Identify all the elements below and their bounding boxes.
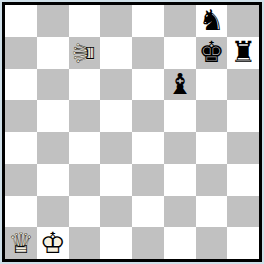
- bishop-glyph: ♝: [164, 69, 196, 101]
- square-h3[interactable]: [227, 164, 259, 196]
- square-e4[interactable]: [132, 132, 164, 164]
- square-c1[interactable]: [69, 227, 101, 259]
- square-a2[interactable]: [5, 196, 37, 228]
- square-h5[interactable]: [227, 100, 259, 132]
- piece-black-rook-h7[interactable]: ♜: [227, 37, 259, 69]
- square-f8[interactable]: [164, 5, 196, 37]
- square-h6[interactable]: [227, 69, 259, 101]
- square-f5[interactable]: [164, 100, 196, 132]
- square-c5[interactable]: [69, 100, 101, 132]
- square-g6[interactable]: [196, 69, 228, 101]
- square-b7[interactable]: [37, 37, 69, 69]
- square-b5[interactable]: [37, 100, 69, 132]
- queen-outline-glyph: ♕: [5, 227, 37, 259]
- square-f1[interactable]: [164, 227, 196, 259]
- square-e1[interactable]: [132, 227, 164, 259]
- square-d6[interactable]: [100, 69, 132, 101]
- square-f7[interactable]: [164, 37, 196, 69]
- square-g5[interactable]: [196, 100, 228, 132]
- square-c6[interactable]: [69, 69, 101, 101]
- square-e6[interactable]: [132, 69, 164, 101]
- square-a6[interactable]: [5, 69, 37, 101]
- rook-glyph: ♜: [227, 37, 259, 69]
- square-d2[interactable]: [100, 196, 132, 228]
- knight-glyph: ♞: [196, 5, 228, 37]
- square-b4[interactable]: [37, 132, 69, 164]
- square-e3[interactable]: [132, 164, 164, 196]
- king-glyph: ♚: [196, 37, 228, 69]
- square-a4[interactable]: [5, 132, 37, 164]
- chess-board: ♞♛♕♚♜♝♛♕♚♔: [2, 2, 262, 262]
- square-d1[interactable]: [100, 227, 132, 259]
- piece-black-king-g7[interactable]: ♚: [196, 37, 228, 69]
- square-f6[interactable]: ♝: [164, 69, 196, 101]
- square-g4[interactable]: [196, 132, 228, 164]
- square-h2[interactable]: [227, 196, 259, 228]
- square-h1[interactable]: [227, 227, 259, 259]
- square-g7[interactable]: ♚: [196, 37, 228, 69]
- square-c3[interactable]: [69, 164, 101, 196]
- piece-black-bishop-f6[interactable]: ♝: [164, 69, 196, 101]
- square-e5[interactable]: [132, 100, 164, 132]
- square-c4[interactable]: [69, 132, 101, 164]
- square-e2[interactable]: [132, 196, 164, 228]
- square-e8[interactable]: [132, 5, 164, 37]
- square-c7[interactable]: ♛♕: [69, 37, 101, 69]
- chess-diagram: ♞♛♕♚♜♝♛♕♚♔: [0, 0, 264, 264]
- square-d5[interactable]: [100, 100, 132, 132]
- square-a5[interactable]: [5, 100, 37, 132]
- square-b8[interactable]: [37, 5, 69, 37]
- square-g2[interactable]: [196, 196, 228, 228]
- square-f2[interactable]: [164, 196, 196, 228]
- square-d7[interactable]: [100, 37, 132, 69]
- piece-white-queen-a1[interactable]: ♛♕: [5, 227, 37, 259]
- square-b2[interactable]: [37, 196, 69, 228]
- square-a3[interactable]: [5, 164, 37, 196]
- square-d3[interactable]: [100, 164, 132, 196]
- square-g1[interactable]: [196, 227, 228, 259]
- square-d8[interactable]: [100, 5, 132, 37]
- square-f4[interactable]: [164, 132, 196, 164]
- square-c2[interactable]: [69, 196, 101, 228]
- square-b1[interactable]: ♚♔: [37, 227, 69, 259]
- square-b6[interactable]: [37, 69, 69, 101]
- piece-white-queen-c7[interactable]: ♛♕: [69, 37, 101, 69]
- square-h4[interactable]: [227, 132, 259, 164]
- square-c8[interactable]: [69, 5, 101, 37]
- square-e7[interactable]: [132, 37, 164, 69]
- square-h8[interactable]: [227, 5, 259, 37]
- square-a7[interactable]: [5, 37, 37, 69]
- piece-white-king-b1[interactable]: ♚♔: [37, 227, 69, 259]
- square-g3[interactable]: [196, 164, 228, 196]
- square-a8[interactable]: [5, 5, 37, 37]
- king-outline-glyph: ♔: [37, 227, 69, 259]
- queen-outline-glyph: ♕: [69, 37, 101, 69]
- square-g8[interactable]: ♞: [196, 5, 228, 37]
- square-d4[interactable]: [100, 132, 132, 164]
- square-h7[interactable]: ♜: [227, 37, 259, 69]
- square-f3[interactable]: [164, 164, 196, 196]
- piece-black-knight-g8[interactable]: ♞: [196, 5, 228, 37]
- square-b3[interactable]: [37, 164, 69, 196]
- square-a1[interactable]: ♛♕: [5, 227, 37, 259]
